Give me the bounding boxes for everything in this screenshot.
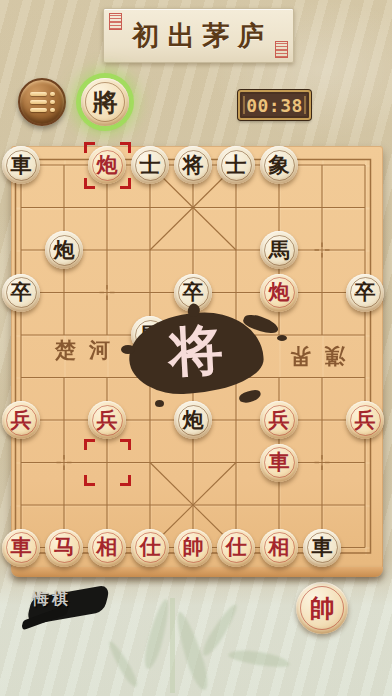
seal-ornament-icon <box>109 13 122 30</box>
last-move-marker <box>84 439 131 486</box>
piece-red-兵[interactable]: 兵 <box>260 401 298 439</box>
menu-list-icon <box>30 92 55 113</box>
title-plaque: 初出茅庐 <box>103 8 294 63</box>
menu-button[interactable] <box>18 78 66 126</box>
piece-red-兵[interactable]: 兵 <box>346 401 384 439</box>
seal-ornament-icon <box>275 41 288 58</box>
last-move-marker <box>84 142 131 189</box>
piece-black-卒[interactable]: 卒 <box>346 274 384 312</box>
piece-black-象[interactable]: 象 <box>260 146 298 184</box>
piece-red-仕[interactable]: 仕 <box>217 529 255 567</box>
piece-red-兵[interactable]: 兵 <box>2 401 40 439</box>
piece-black-車[interactable]: 車 <box>303 529 341 567</box>
piece-red-兵[interactable]: 兵 <box>88 401 126 439</box>
bamboo-leaf-watermark <box>106 639 141 689</box>
black-general-glyph: 將 <box>93 90 118 115</box>
puzzle-title: 初出茅庐 <box>125 18 273 54</box>
piece-red-炮[interactable]: 炮 <box>260 274 298 312</box>
timer-text: 00:38 <box>246 95 303 116</box>
ink-splatter <box>277 335 287 341</box>
piece-black-炮[interactable]: 炮 <box>174 401 212 439</box>
check-label: 将 <box>128 321 265 382</box>
app-screen: 初出茅庐 將 00:38 楚河 漢界 車炮士将士象炮馬卒卒炮卒馬兵兵炮兵兵車車马… <box>0 0 392 696</box>
piece-black-炮[interactable]: 炮 <box>45 231 83 269</box>
piece-red-马[interactable]: 马 <box>45 529 83 567</box>
piece-black-士[interactable]: 士 <box>217 146 255 184</box>
ink-splatter <box>155 400 164 407</box>
piece-black-卒[interactable]: 卒 <box>2 274 40 312</box>
piece-black-車[interactable]: 車 <box>2 146 40 184</box>
red-general-glyph: 帥 <box>310 596 335 621</box>
timer: 00:38 <box>238 90 311 120</box>
piece-red-相[interactable]: 相 <box>88 529 126 567</box>
piece-red-帥[interactable]: 帥 <box>174 529 212 567</box>
bamboo-leaf-watermark <box>227 647 290 670</box>
piece-red-車[interactable]: 車 <box>260 444 298 482</box>
piece-red-仕[interactable]: 仕 <box>131 529 169 567</box>
bamboo-leaf-watermark <box>199 601 241 658</box>
undo-label: 悔棋 <box>33 589 71 610</box>
check-annotation: 将 <box>129 313 263 393</box>
piece-red-車[interactable]: 車 <box>2 529 40 567</box>
piece-black-馬[interactable]: 馬 <box>260 231 298 269</box>
undo-button[interactable]: 悔棋 <box>20 585 120 635</box>
piece-black-士[interactable]: 士 <box>131 146 169 184</box>
red-general-button[interactable]: 帥 <box>296 582 348 634</box>
xiangqi-board[interactable]: 楚河 漢界 車炮士将士象炮馬卒卒炮卒馬兵兵炮兵兵車車马相仕帥仕相車 将 <box>11 146 383 574</box>
black-general-button[interactable]: 將 <box>81 78 129 126</box>
bamboo-stalk-watermark <box>170 598 175 693</box>
piece-red-相[interactable]: 相 <box>260 529 298 567</box>
piece-black-将[interactable]: 将 <box>174 146 212 184</box>
bamboo-leaf-watermark <box>141 597 173 670</box>
